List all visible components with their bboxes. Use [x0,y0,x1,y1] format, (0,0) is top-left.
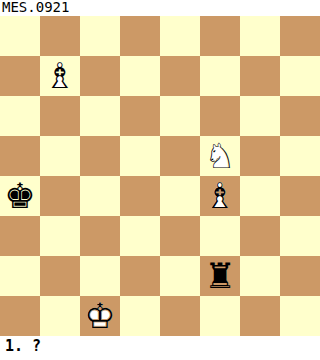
square-b1[interactable] [40,296,80,336]
square-f5[interactable]: ♞♘ [200,136,240,176]
square-e8[interactable] [160,16,200,56]
square-h3[interactable] [280,216,320,256]
square-c1[interactable]: ♚♔ [80,296,120,336]
square-g2[interactable] [240,256,280,296]
square-h4[interactable] [280,176,320,216]
square-c2[interactable] [80,256,120,296]
square-f7[interactable] [200,56,240,96]
square-f6[interactable] [200,96,240,136]
piece-black-rook: ♜ [200,256,240,296]
square-c8[interactable] [80,16,120,56]
square-d7[interactable] [120,56,160,96]
chess-board: ♝♗♞♘♚♝♗♜♚♔ [0,16,320,336]
square-g4[interactable] [240,176,280,216]
piece-black-king: ♚ [0,176,40,216]
square-e6[interactable] [160,96,200,136]
square-g3[interactable] [240,216,280,256]
square-d4[interactable] [120,176,160,216]
square-c6[interactable] [80,96,120,136]
puzzle-id-label: MES.0921 [0,0,320,16]
square-h7[interactable] [280,56,320,96]
square-g1[interactable] [240,296,280,336]
piece-white-bishop: ♝♗ [200,176,240,216]
square-a1[interactable] [0,296,40,336]
square-e1[interactable] [160,296,200,336]
square-h2[interactable] [280,256,320,296]
square-h8[interactable] [280,16,320,56]
square-d8[interactable] [120,16,160,56]
square-f2[interactable]: ♜ [200,256,240,296]
square-a6[interactable] [0,96,40,136]
square-e3[interactable] [160,216,200,256]
square-h5[interactable] [280,136,320,176]
square-f4[interactable]: ♝♗ [200,176,240,216]
square-f8[interactable] [200,16,240,56]
piece-white-king: ♚♔ [80,296,120,336]
square-g5[interactable] [240,136,280,176]
square-c4[interactable] [80,176,120,216]
square-f1[interactable] [200,296,240,336]
move-prompt: 1. ? [0,336,320,360]
square-a3[interactable] [0,216,40,256]
square-c7[interactable] [80,56,120,96]
square-b5[interactable] [40,136,80,176]
square-e5[interactable] [160,136,200,176]
square-a4[interactable]: ♚ [0,176,40,216]
square-g6[interactable] [240,96,280,136]
square-e4[interactable] [160,176,200,216]
square-g8[interactable] [240,16,280,56]
square-b2[interactable] [40,256,80,296]
square-b7[interactable]: ♝♗ [40,56,80,96]
square-c5[interactable] [80,136,120,176]
square-e7[interactable] [160,56,200,96]
square-g7[interactable] [240,56,280,96]
square-b4[interactable] [40,176,80,216]
square-f3[interactable] [200,216,240,256]
square-h1[interactable] [280,296,320,336]
square-b3[interactable] [40,216,80,256]
square-h6[interactable] [280,96,320,136]
square-d1[interactable] [120,296,160,336]
square-a7[interactable] [0,56,40,96]
square-b8[interactable] [40,16,80,56]
chess-puzzle-window: MES.0921 ♝♗♞♘♚♝♗♜♚♔ 1. ? [0,0,320,360]
square-d5[interactable] [120,136,160,176]
square-a8[interactable] [0,16,40,56]
square-a5[interactable] [0,136,40,176]
square-e2[interactable] [160,256,200,296]
square-d2[interactable] [120,256,160,296]
square-b6[interactable] [40,96,80,136]
piece-white-knight: ♞♘ [200,136,240,176]
piece-white-bishop: ♝♗ [40,56,80,96]
square-d3[interactable] [120,216,160,256]
square-d6[interactable] [120,96,160,136]
square-a2[interactable] [0,256,40,296]
square-c3[interactable] [80,216,120,256]
